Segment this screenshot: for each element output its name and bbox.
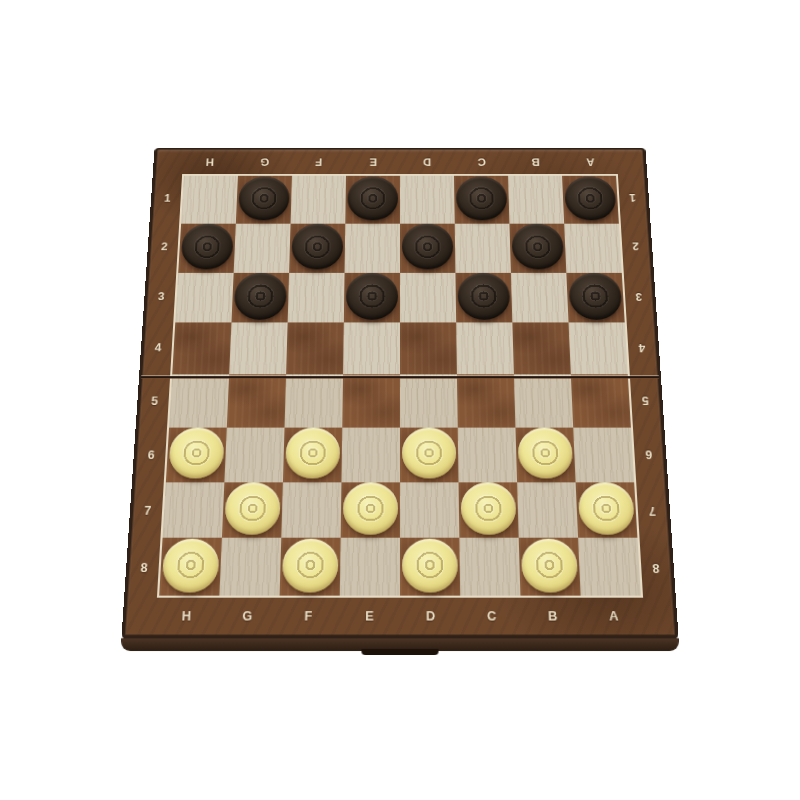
file-labels-bottom: HGFEDCBA xyxy=(155,606,645,627)
file-label-C: C xyxy=(461,606,523,627)
rank-label-2: 2 xyxy=(625,222,647,271)
light-piece-C7[interactable] xyxy=(461,482,517,534)
board-perspective-wrapper: HGFEDCBA HGFEDCBA 12345678 12345678 xyxy=(139,113,661,643)
file-label-B: B xyxy=(508,153,563,169)
square-C7[interactable] xyxy=(459,482,519,538)
square-D4[interactable] xyxy=(400,323,457,375)
rank-label-3: 3 xyxy=(150,272,173,323)
square-G2[interactable] xyxy=(234,223,291,272)
square-B2[interactable] xyxy=(509,223,566,272)
square-C5[interactable] xyxy=(457,374,516,427)
square-C1[interactable] xyxy=(454,176,509,224)
square-H1[interactable] xyxy=(181,176,238,224)
square-F4[interactable] xyxy=(286,323,344,375)
board-frame: HGFEDCBA HGFEDCBA 12345678 12345678 xyxy=(121,148,678,640)
rank-label-3: 3 xyxy=(628,272,651,323)
file-label-H: H xyxy=(155,606,217,627)
rank-label-4: 4 xyxy=(631,322,654,374)
square-C3[interactable] xyxy=(455,272,512,322)
square-G4[interactable] xyxy=(229,323,287,375)
square-H7[interactable] xyxy=(163,482,225,538)
dark-piece-E1[interactable] xyxy=(347,176,398,220)
rank-label-1: 1 xyxy=(156,174,178,222)
square-A4[interactable] xyxy=(569,323,628,375)
file-label-H: H xyxy=(182,153,237,169)
board-base-strip xyxy=(121,638,680,651)
square-F6[interactable] xyxy=(283,427,342,482)
square-D6[interactable] xyxy=(400,427,459,482)
square-G8[interactable] xyxy=(219,538,281,596)
square-D8[interactable] xyxy=(400,538,460,596)
file-label-F: F xyxy=(278,606,340,627)
square-A2[interactable] xyxy=(564,223,622,272)
square-E5[interactable] xyxy=(342,374,400,427)
rank-label-5: 5 xyxy=(143,374,167,428)
rank-label-1: 1 xyxy=(622,174,644,222)
fold-seam xyxy=(141,375,659,379)
square-A5[interactable] xyxy=(571,374,631,427)
rank-label-6: 6 xyxy=(637,428,661,483)
square-B5[interactable] xyxy=(514,374,573,427)
square-G6[interactable] xyxy=(224,427,284,482)
square-H6[interactable] xyxy=(166,427,227,482)
light-piece-H8[interactable] xyxy=(161,539,219,593)
light-piece-A7[interactable] xyxy=(578,482,636,534)
square-E7[interactable] xyxy=(341,482,400,538)
square-E3[interactable] xyxy=(344,272,400,322)
dark-piece-B2[interactable] xyxy=(511,224,564,270)
square-F3[interactable] xyxy=(288,272,345,322)
square-C2[interactable] xyxy=(455,223,511,272)
file-labels-top: HGFEDCBA xyxy=(182,153,617,169)
square-E2[interactable] xyxy=(345,223,400,272)
rank-label-4: 4 xyxy=(146,322,169,374)
square-D7[interactable] xyxy=(400,482,459,538)
file-label-E: E xyxy=(339,606,400,627)
dark-piece-H2[interactable] xyxy=(180,224,234,270)
square-E1[interactable] xyxy=(345,176,400,224)
square-H3[interactable] xyxy=(175,272,233,322)
square-F1[interactable] xyxy=(291,176,346,224)
square-D2[interactable] xyxy=(400,223,455,272)
square-A7[interactable] xyxy=(576,482,638,538)
dark-piece-C3[interactable] xyxy=(457,273,510,320)
light-piece-E7[interactable] xyxy=(343,482,398,534)
square-C8[interactable] xyxy=(459,538,520,596)
rank-label-8: 8 xyxy=(644,539,669,597)
square-H4[interactable] xyxy=(172,323,231,375)
square-D3[interactable] xyxy=(400,272,456,322)
square-D1[interactable] xyxy=(400,176,455,224)
square-G3[interactable] xyxy=(231,272,289,322)
file-label-A: A xyxy=(562,153,617,169)
square-H8[interactable] xyxy=(159,538,222,596)
dark-piece-E3[interactable] xyxy=(346,273,398,320)
square-E8[interactable] xyxy=(340,538,400,596)
file-label-D: D xyxy=(400,606,461,627)
square-A1[interactable] xyxy=(562,176,619,224)
square-B3[interactable] xyxy=(511,272,569,322)
square-H5[interactable] xyxy=(169,374,229,427)
square-E6[interactable] xyxy=(341,427,400,482)
file-label-C: C xyxy=(454,153,509,169)
square-B7[interactable] xyxy=(517,482,578,538)
dark-piece-D2[interactable] xyxy=(402,224,454,270)
file-label-E: E xyxy=(346,153,400,169)
rank-label-7: 7 xyxy=(135,483,159,540)
rank-label-5: 5 xyxy=(634,374,658,428)
light-piece-F6[interactable] xyxy=(285,428,340,479)
square-D5[interactable] xyxy=(400,374,458,427)
square-B6[interactable] xyxy=(515,427,575,482)
playing-area xyxy=(157,174,643,598)
rank-label-8: 8 xyxy=(132,539,157,597)
square-B4[interactable] xyxy=(512,323,570,375)
square-B8[interactable] xyxy=(519,538,581,596)
square-C4[interactable] xyxy=(456,323,514,375)
dark-piece-C1[interactable] xyxy=(456,176,508,220)
square-A8[interactable] xyxy=(578,538,641,596)
dark-piece-F2[interactable] xyxy=(291,224,343,270)
light-piece-F8[interactable] xyxy=(282,539,339,593)
file-label-G: G xyxy=(237,153,292,169)
square-A3[interactable] xyxy=(566,272,624,322)
light-piece-D8[interactable] xyxy=(402,539,458,593)
light-piece-B8[interactable] xyxy=(521,539,579,593)
light-piece-D6[interactable] xyxy=(402,428,456,479)
rank-label-2: 2 xyxy=(153,222,175,271)
board-grid xyxy=(159,176,641,596)
file-label-F: F xyxy=(291,153,346,169)
square-G5[interactable] xyxy=(227,374,286,427)
clasp-tab xyxy=(361,649,438,655)
dark-piece-G3[interactable] xyxy=(234,273,288,320)
dark-piece-A1[interactable] xyxy=(564,176,617,220)
square-C6[interactable] xyxy=(458,427,517,482)
square-G7[interactable] xyxy=(222,482,283,538)
square-B1[interactable] xyxy=(508,176,564,224)
file-label-A: A xyxy=(583,606,645,627)
board-photo: HGFEDCBA HGFEDCBA 12345678 12345678 xyxy=(0,0,800,800)
square-F7[interactable] xyxy=(281,482,341,538)
square-A6[interactable] xyxy=(573,427,634,482)
file-label-D: D xyxy=(400,153,454,169)
square-H2[interactable] xyxy=(178,223,236,272)
square-F5[interactable] xyxy=(285,374,344,427)
file-label-G: G xyxy=(216,606,278,627)
dark-piece-A3[interactable] xyxy=(568,273,622,320)
dark-piece-G1[interactable] xyxy=(238,176,290,220)
square-F8[interactable] xyxy=(280,538,341,596)
square-F2[interactable] xyxy=(289,223,345,272)
light-piece-B6[interactable] xyxy=(517,428,573,479)
square-G1[interactable] xyxy=(236,176,292,224)
rank-label-6: 6 xyxy=(139,428,163,483)
square-E4[interactable] xyxy=(343,323,400,375)
light-piece-G7[interactable] xyxy=(224,482,281,534)
file-label-B: B xyxy=(522,606,584,627)
light-piece-H6[interactable] xyxy=(168,428,225,479)
rank-label-7: 7 xyxy=(640,483,664,540)
